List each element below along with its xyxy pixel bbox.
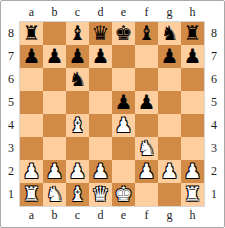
file-labels-top: abcdefgh [20, 5, 204, 19]
black-pawn-icon: ♟ [112, 91, 135, 114]
rank-labels-right: 87654321 [207, 22, 221, 206]
white-pawn-icon: ♟ [158, 160, 181, 183]
square-d3[interactable] [89, 137, 112, 160]
square-c2[interactable]: ♟ [66, 160, 89, 183]
black-pawn-icon: ♟ [66, 45, 89, 68]
black-pawn-icon: ♟ [135, 91, 158, 114]
square-d8[interactable]: ♛ [89, 22, 112, 45]
rank-label-7: 7 [207, 45, 221, 68]
square-a7[interactable]: ♟ [20, 45, 43, 68]
square-f1[interactable] [135, 183, 158, 206]
square-a1[interactable]: ♜ [20, 183, 43, 206]
square-g5[interactable] [158, 91, 181, 114]
black-bishop-icon: ♝ [66, 22, 89, 45]
black-pawn-icon: ♟ [20, 45, 43, 68]
rank-label-1: 1 [207, 183, 221, 206]
square-e6[interactable] [112, 68, 135, 91]
square-f4[interactable] [135, 114, 158, 137]
square-d1[interactable]: ♛ [89, 183, 112, 206]
square-c7[interactable]: ♟ [66, 45, 89, 68]
rank-label-5: 5 [4, 91, 18, 114]
square-e7[interactable] [112, 45, 135, 68]
file-label-b: b [43, 5, 66, 19]
black-pawn-icon: ♟ [181, 45, 204, 68]
square-e5[interactable]: ♟ [112, 91, 135, 114]
rank-label-3: 3 [207, 137, 221, 160]
square-h1[interactable]: ♜ [181, 183, 204, 206]
square-f6[interactable] [135, 68, 158, 91]
square-b5[interactable] [43, 91, 66, 114]
square-h3[interactable] [181, 137, 204, 160]
square-g6[interactable] [158, 68, 181, 91]
black-pawn-icon: ♟ [43, 45, 66, 68]
rank-label-4: 4 [207, 114, 221, 137]
file-label-d: d [89, 208, 112, 222]
rank-label-5: 5 [207, 91, 221, 114]
black-bishop-icon: ♝ [135, 22, 158, 45]
white-pawn-icon: ♟ [66, 160, 89, 183]
square-a8[interactable]: ♜ [20, 22, 43, 45]
square-h8[interactable]: ♜ [181, 22, 204, 45]
rank-label-4: 4 [4, 114, 18, 137]
black-king-icon: ♚ [112, 22, 135, 45]
white-knight-icon: ♞ [135, 137, 158, 160]
square-b6[interactable] [43, 68, 66, 91]
white-pawn-icon: ♟ [43, 160, 66, 183]
square-e2[interactable] [112, 160, 135, 183]
chess-board[interactable]: ♜♝♛♚♝♞♜♟♟♟♟♟♟♞♟♟♝♟♞♟♟♟♟♟♟♟♜♞♝♛♚♜ [20, 22, 204, 206]
black-pawn-icon: ♟ [89, 45, 112, 68]
rank-labels-left: 87654321 [4, 22, 18, 206]
square-c6[interactable]: ♞ [66, 68, 89, 91]
square-b1[interactable]: ♞ [43, 183, 66, 206]
black-rook-icon: ♜ [181, 22, 204, 45]
black-knight-icon: ♞ [158, 22, 181, 45]
square-g4[interactable] [158, 114, 181, 137]
chess-diagram: abcdefgh 87654321 ♜♝♛♚♝♞♜♟♟♟♟♟♟♞♟♟♝♟♞♟♟♟… [0, 0, 225, 228]
black-rook-icon: ♜ [20, 22, 43, 45]
square-a6[interactable] [20, 68, 43, 91]
square-f7[interactable] [135, 45, 158, 68]
square-h4[interactable] [181, 114, 204, 137]
rank-label-7: 7 [4, 45, 18, 68]
black-queen-icon: ♛ [89, 22, 112, 45]
square-g1[interactable] [158, 183, 181, 206]
square-b8[interactable] [43, 22, 66, 45]
square-b4[interactable] [43, 114, 66, 137]
square-e1[interactable]: ♚ [112, 183, 135, 206]
file-label-g: g [158, 5, 181, 19]
square-c4[interactable]: ♝ [66, 114, 89, 137]
square-b7[interactable]: ♟ [43, 45, 66, 68]
square-d2[interactable]: ♟ [89, 160, 112, 183]
file-label-b: b [43, 208, 66, 222]
rank-label-2: 2 [4, 160, 18, 183]
square-e8[interactable]: ♚ [112, 22, 135, 45]
white-pawn-icon: ♟ [135, 160, 158, 183]
square-a2[interactable]: ♟ [20, 160, 43, 183]
square-f5[interactable]: ♟ [135, 91, 158, 114]
white-bishop-icon: ♝ [66, 183, 89, 206]
square-b3[interactable] [43, 137, 66, 160]
square-g7[interactable]: ♟ [158, 45, 181, 68]
square-a3[interactable] [20, 137, 43, 160]
white-pawn-icon: ♟ [20, 160, 43, 183]
square-c3[interactable] [66, 137, 89, 160]
square-e4[interactable]: ♟ [112, 114, 135, 137]
square-d6[interactable] [89, 68, 112, 91]
rank-label-8: 8 [4, 22, 18, 45]
square-b2[interactable]: ♟ [43, 160, 66, 183]
black-knight-icon: ♞ [66, 68, 89, 91]
white-pawn-icon: ♟ [112, 114, 135, 137]
square-d5[interactable] [89, 91, 112, 114]
square-h6[interactable] [181, 68, 204, 91]
rank-label-3: 3 [4, 137, 18, 160]
file-label-f: f [135, 208, 158, 222]
file-label-g: g [158, 208, 181, 222]
square-c8[interactable]: ♝ [66, 22, 89, 45]
white-rook-icon: ♜ [181, 183, 204, 206]
square-d7[interactable]: ♟ [89, 45, 112, 68]
square-g3[interactable] [158, 137, 181, 160]
white-king-icon: ♚ [112, 183, 135, 206]
square-f3[interactable]: ♞ [135, 137, 158, 160]
black-pawn-icon: ♟ [158, 45, 181, 68]
file-label-c: c [66, 208, 89, 222]
file-label-h: h [181, 5, 204, 19]
file-label-h: h [181, 208, 204, 222]
rank-label-8: 8 [207, 22, 221, 45]
square-h7[interactable]: ♟ [181, 45, 204, 68]
rank-label-6: 6 [207, 68, 221, 91]
white-pawn-icon: ♟ [181, 160, 204, 183]
file-label-a: a [20, 208, 43, 222]
square-a5[interactable] [20, 91, 43, 114]
square-c5[interactable] [66, 91, 89, 114]
file-label-d: d [89, 5, 112, 19]
rank-label-6: 6 [4, 68, 18, 91]
file-label-f: f [135, 5, 158, 19]
square-d4[interactable] [89, 114, 112, 137]
square-a4[interactable] [20, 114, 43, 137]
square-e3[interactable] [112, 137, 135, 160]
file-label-e: e [112, 208, 135, 222]
square-f8[interactable]: ♝ [135, 22, 158, 45]
square-f2[interactable]: ♟ [135, 160, 158, 183]
square-g8[interactable]: ♞ [158, 22, 181, 45]
file-labels-bottom: abcdefgh [20, 208, 204, 222]
rank-label-2: 2 [207, 160, 221, 183]
white-knight-icon: ♞ [43, 183, 66, 206]
file-label-a: a [20, 5, 43, 19]
square-g2[interactable]: ♟ [158, 160, 181, 183]
square-c1[interactable]: ♝ [66, 183, 89, 206]
white-pawn-icon: ♟ [89, 160, 112, 183]
white-bishop-icon: ♝ [66, 114, 89, 137]
white-rook-icon: ♜ [20, 183, 43, 206]
file-label-e: e [112, 5, 135, 19]
square-h2[interactable]: ♟ [181, 160, 204, 183]
square-h5[interactable] [181, 91, 204, 114]
file-label-c: c [66, 5, 89, 19]
white-queen-icon: ♛ [89, 183, 112, 206]
rank-label-1: 1 [4, 183, 18, 206]
